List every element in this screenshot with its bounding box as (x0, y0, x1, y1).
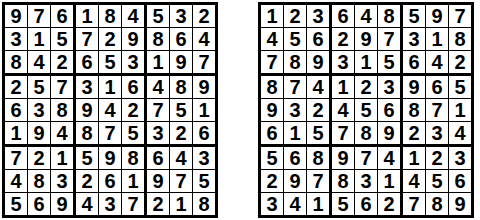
cell-r3c1: 7 (261, 51, 284, 76)
cell-r1c6: 4 (122, 5, 147, 28)
cell-r1c9: 2 (193, 5, 215, 28)
cell-r2c2: 1 (28, 28, 51, 51)
cell-r2c2: 5 (284, 28, 307, 51)
cell-r5c3: 8 (51, 99, 76, 122)
cell-r4c9: 9 (193, 76, 215, 99)
cell-r5c9: 1 (449, 99, 471, 122)
cell-r2c8: 6 (170, 28, 193, 51)
cell-r6c9: 4 (449, 122, 471, 147)
cell-r1c5: 8 (99, 5, 122, 28)
cell-r1c9: 7 (449, 5, 471, 28)
cell-r7c5: 9 (99, 147, 122, 170)
cell-r6c7: 3 (147, 122, 170, 147)
cell-r2c9: 4 (193, 28, 215, 51)
cell-r3c4: 3 (332, 51, 355, 76)
cell-r8c6: 1 (378, 170, 403, 193)
cell-r4c1: 8 (261, 76, 284, 99)
cell-r3c3: 2 (51, 51, 76, 76)
cell-r2c5: 9 (355, 28, 378, 51)
cell-r9c1: 5 (5, 193, 28, 215)
cell-r7c6: 4 (378, 147, 403, 170)
cell-r7c4: 5 (76, 147, 99, 170)
cell-r5c4: 9 (76, 99, 99, 122)
cell-r9c7: 7 (403, 193, 426, 215)
cell-r4c4: 3 (76, 76, 99, 99)
cell-r9c5: 6 (355, 193, 378, 215)
cell-r1c6: 8 (378, 5, 403, 28)
cell-r1c1: 1 (261, 5, 284, 28)
cell-r4c1: 2 (5, 76, 28, 99)
cell-r6c6: 5 (122, 122, 147, 147)
cell-r8c1: 4 (5, 170, 28, 193)
cell-r6c2: 1 (284, 122, 307, 147)
cell-r2c7: 3 (403, 28, 426, 51)
cell-r6c2: 9 (28, 122, 51, 147)
sudoku-page: 9761845323157298648426531972573164896389… (0, 0, 480, 218)
cell-r8c3: 7 (307, 170, 332, 193)
cell-r7c7: 1 (403, 147, 426, 170)
cell-r9c1: 3 (261, 193, 284, 215)
cell-r5c6: 2 (122, 99, 147, 122)
cell-r5c5: 4 (99, 99, 122, 122)
cell-r2c9: 8 (449, 28, 471, 51)
cell-r2c7: 8 (147, 28, 170, 51)
cell-r3c6: 3 (122, 51, 147, 76)
cell-r4c3: 7 (51, 76, 76, 99)
cell-r3c5: 5 (99, 51, 122, 76)
cell-r3c6: 5 (378, 51, 403, 76)
cell-r9c3: 1 (307, 193, 332, 215)
sudoku-board-left: 9761845323157298648426531972573164896389… (2, 2, 218, 218)
cell-r9c8: 1 (170, 193, 193, 215)
cell-r9c8: 8 (426, 193, 449, 215)
cell-r6c3: 4 (51, 122, 76, 147)
cell-r4c8: 8 (170, 76, 193, 99)
cell-r6c3: 5 (307, 122, 332, 147)
cell-r7c7: 6 (147, 147, 170, 170)
cell-r2c8: 1 (426, 28, 449, 51)
cell-r8c8: 5 (426, 170, 449, 193)
cell-r7c5: 7 (355, 147, 378, 170)
cell-r8c4: 8 (332, 170, 355, 193)
cell-r6c9: 6 (193, 122, 215, 147)
cell-r6c6: 9 (378, 122, 403, 147)
cell-r3c2: 8 (284, 51, 307, 76)
cell-r2c1: 4 (261, 28, 284, 51)
cell-r6c5: 7 (99, 122, 122, 147)
cell-r2c5: 2 (99, 28, 122, 51)
cell-r8c7: 4 (403, 170, 426, 193)
cell-r8c4: 2 (76, 170, 99, 193)
cell-r4c3: 4 (307, 76, 332, 99)
cell-r1c1: 9 (5, 5, 28, 28)
cell-r8c9: 6 (449, 170, 471, 193)
cell-r4c6: 3 (378, 76, 403, 99)
cell-r7c9: 3 (449, 147, 471, 170)
cell-r6c4: 8 (76, 122, 99, 147)
cell-r7c3: 8 (307, 147, 332, 170)
cell-r7c6: 8 (122, 147, 147, 170)
cell-r3c4: 6 (76, 51, 99, 76)
cell-r4c8: 6 (426, 76, 449, 99)
cell-r5c2: 3 (284, 99, 307, 122)
cell-r2c1: 3 (5, 28, 28, 51)
cell-r1c2: 2 (284, 5, 307, 28)
cell-r8c5: 6 (99, 170, 122, 193)
cell-r7c2: 2 (28, 147, 51, 170)
cell-r5c8: 7 (426, 99, 449, 122)
cell-r5c9: 1 (193, 99, 215, 122)
cell-r9c4: 5 (332, 193, 355, 215)
cell-r7c1: 7 (5, 147, 28, 170)
cell-r6c8: 2 (170, 122, 193, 147)
cell-r9c5: 3 (99, 193, 122, 215)
cell-r7c8: 4 (170, 147, 193, 170)
cell-r1c2: 7 (28, 5, 51, 28)
cell-r9c2: 4 (284, 193, 307, 215)
cell-r5c8: 5 (170, 99, 193, 122)
cell-r8c2: 9 (284, 170, 307, 193)
cell-r3c7: 6 (403, 51, 426, 76)
cell-r4c7: 4 (147, 76, 170, 99)
cell-r3c8: 9 (170, 51, 193, 76)
cell-r6c1: 1 (5, 122, 28, 147)
cell-r8c5: 3 (355, 170, 378, 193)
cell-r2c6: 7 (378, 28, 403, 51)
cell-r3c1: 8 (5, 51, 28, 76)
cell-r3c7: 1 (147, 51, 170, 76)
cell-r1c7: 5 (403, 5, 426, 28)
cell-r2c4: 7 (76, 28, 99, 51)
cell-r4c9: 5 (449, 76, 471, 99)
cell-r7c3: 1 (51, 147, 76, 170)
cell-r2c3: 6 (307, 28, 332, 51)
cell-r5c1: 6 (5, 99, 28, 122)
cell-r8c8: 7 (170, 170, 193, 193)
cell-r4c2: 7 (284, 76, 307, 99)
cell-r7c9: 3 (193, 147, 215, 170)
cell-r2c6: 9 (122, 28, 147, 51)
sudoku-board-right: 1236485974562973187893156428741239659324… (258, 2, 474, 218)
cell-r8c9: 5 (193, 170, 215, 193)
cell-r5c6: 6 (378, 99, 403, 122)
cell-r7c2: 6 (284, 147, 307, 170)
cell-r9c2: 6 (28, 193, 51, 215)
cell-r6c1: 6 (261, 122, 284, 147)
cell-r7c8: 2 (426, 147, 449, 170)
cell-r5c7: 8 (403, 99, 426, 122)
cell-r9c4: 4 (76, 193, 99, 215)
cell-r4c7: 9 (403, 76, 426, 99)
cell-r9c9: 8 (193, 193, 215, 215)
cell-r5c7: 7 (147, 99, 170, 122)
cell-r3c5: 1 (355, 51, 378, 76)
cell-r2c3: 5 (51, 28, 76, 51)
cell-r8c2: 8 (28, 170, 51, 193)
cell-r8c3: 3 (51, 170, 76, 193)
cell-r3c8: 4 (426, 51, 449, 76)
cell-r3c3: 9 (307, 51, 332, 76)
cell-r9c6: 2 (378, 193, 403, 215)
cell-r9c3: 9 (51, 193, 76, 215)
cell-r8c7: 9 (147, 170, 170, 193)
cell-r6c7: 2 (403, 122, 426, 147)
cell-r3c9: 2 (449, 51, 471, 76)
cell-r9c9: 9 (449, 193, 471, 215)
cell-r6c8: 3 (426, 122, 449, 147)
cell-r4c4: 1 (332, 76, 355, 99)
cell-r4c5: 1 (99, 76, 122, 99)
cell-r8c6: 1 (122, 170, 147, 193)
cell-r5c1: 9 (261, 99, 284, 122)
cell-r6c4: 7 (332, 122, 355, 147)
cell-r1c4: 6 (332, 5, 355, 28)
cell-r1c5: 4 (355, 5, 378, 28)
cell-r1c3: 3 (307, 5, 332, 28)
cell-r8c1: 2 (261, 170, 284, 193)
cell-r7c4: 9 (332, 147, 355, 170)
cell-r3c9: 7 (193, 51, 215, 76)
cell-r1c4: 1 (76, 5, 99, 28)
cell-r1c8: 3 (170, 5, 193, 28)
cell-r4c5: 2 (355, 76, 378, 99)
cell-r9c7: 2 (147, 193, 170, 215)
cell-r5c5: 5 (355, 99, 378, 122)
cell-r1c7: 5 (147, 5, 170, 28)
cell-r2c4: 2 (332, 28, 355, 51)
cell-r1c3: 6 (51, 5, 76, 28)
cell-r1c8: 9 (426, 5, 449, 28)
cell-r3c2: 4 (28, 51, 51, 76)
cell-r4c6: 6 (122, 76, 147, 99)
cell-r5c3: 2 (307, 99, 332, 122)
cell-r9c6: 7 (122, 193, 147, 215)
cell-r5c2: 3 (28, 99, 51, 122)
cell-r6c5: 8 (355, 122, 378, 147)
cell-r5c4: 4 (332, 99, 355, 122)
cell-r7c1: 5 (261, 147, 284, 170)
cell-r4c2: 5 (28, 76, 51, 99)
